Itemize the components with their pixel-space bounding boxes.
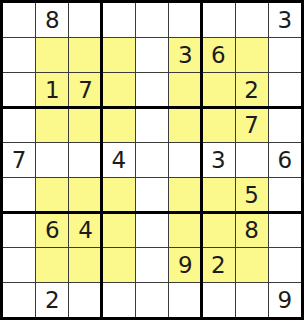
cell-r5c3[interactable] <box>69 143 101 177</box>
cell-r2c1[interactable] <box>3 38 35 72</box>
cell-r1c9[interactable]: 3 <box>269 3 301 37</box>
cell-r8c8[interactable] <box>236 248 268 282</box>
cell-r8c1[interactable] <box>3 248 35 282</box>
cell-r3c9[interactable] <box>269 73 301 107</box>
cell-r9c1[interactable] <box>3 283 35 317</box>
cell-r9c8[interactable] <box>236 283 268 317</box>
cell-r4c9[interactable] <box>269 108 301 142</box>
cell-r7c6[interactable] <box>169 213 201 247</box>
cell-r5c6[interactable] <box>169 143 201 177</box>
cell-r4c7[interactable] <box>202 108 234 142</box>
cell-r1c4[interactable] <box>103 3 135 37</box>
cell-r3c1[interactable] <box>3 73 35 107</box>
cell-r8c2[interactable] <box>36 248 68 282</box>
cell-r6c8[interactable]: 5 <box>236 178 268 212</box>
cell-r3c8[interactable]: 2 <box>236 73 268 107</box>
cell-r4c2[interactable] <box>36 108 68 142</box>
cell-r9c3[interactable] <box>69 283 101 317</box>
cell-r7c3[interactable]: 4 <box>69 213 101 247</box>
cell-r6c4[interactable] <box>103 178 135 212</box>
cell-r3c5[interactable] <box>136 73 168 107</box>
cell-r2c5[interactable] <box>136 38 168 72</box>
cell-r4c6[interactable] <box>169 108 201 142</box>
cell-r5c1[interactable]: 7 <box>3 143 35 177</box>
cell-r5c9[interactable]: 6 <box>269 143 301 177</box>
cell-r7c7[interactable] <box>202 213 234 247</box>
cell-r6c3[interactable] <box>69 178 101 212</box>
cell-r5c5[interactable] <box>136 143 168 177</box>
cell-r7c2[interactable]: 6 <box>36 213 68 247</box>
cell-r5c7[interactable]: 3 <box>202 143 234 177</box>
cell-r1c1[interactable] <box>3 3 35 37</box>
cell-r9c6[interactable] <box>169 283 201 317</box>
cell-r5c8[interactable] <box>236 143 268 177</box>
cell-r6c7[interactable] <box>202 178 234 212</box>
cell-r8c3[interactable] <box>69 248 101 282</box>
cell-r6c5[interactable] <box>136 178 168 212</box>
cell-r2c6[interactable]: 3 <box>169 38 201 72</box>
cell-r8c6[interactable]: 9 <box>169 248 201 282</box>
cell-r8c7[interactable]: 2 <box>202 248 234 282</box>
cell-r2c3[interactable] <box>69 38 101 72</box>
cell-r5c4[interactable]: 4 <box>103 143 135 177</box>
cell-r1c2[interactable]: 8 <box>36 3 68 37</box>
cell-r9c9[interactable]: 9 <box>269 283 301 317</box>
cell-r9c7[interactable] <box>202 283 234 317</box>
cell-r8c9[interactable] <box>269 248 301 282</box>
cell-r9c2[interactable]: 2 <box>36 283 68 317</box>
cell-r9c4[interactable] <box>103 283 135 317</box>
cell-r3c2[interactable]: 1 <box>36 73 68 107</box>
cell-r4c8[interactable]: 7 <box>236 108 268 142</box>
cell-r5c2[interactable] <box>36 143 68 177</box>
cell-r4c4[interactable] <box>103 108 135 142</box>
cell-r1c8[interactable] <box>236 3 268 37</box>
cell-r3c3[interactable]: 7 <box>69 73 101 107</box>
cell-r6c1[interactable] <box>3 178 35 212</box>
cell-r6c6[interactable] <box>169 178 201 212</box>
cell-r2c2[interactable] <box>36 38 68 72</box>
cell-r4c1[interactable] <box>3 108 35 142</box>
cell-r6c2[interactable] <box>36 178 68 212</box>
cell-r3c7[interactable] <box>202 73 234 107</box>
cell-r1c7[interactable] <box>202 3 234 37</box>
sudoku-board: 83361727743656489229 <box>0 0 304 320</box>
cell-r2c8[interactable] <box>236 38 268 72</box>
cell-r8c5[interactable] <box>136 248 168 282</box>
cell-r1c6[interactable] <box>169 3 201 37</box>
cell-r7c8[interactable]: 8 <box>236 213 268 247</box>
cell-r7c1[interactable] <box>3 213 35 247</box>
cell-r1c5[interactable] <box>136 3 168 37</box>
cell-r4c5[interactable] <box>136 108 168 142</box>
cell-r2c7[interactable]: 6 <box>202 38 234 72</box>
cell-r1c3[interactable] <box>69 3 101 37</box>
cell-r7c4[interactable] <box>103 213 135 247</box>
cell-r3c4[interactable] <box>103 73 135 107</box>
cell-r3c6[interactable] <box>169 73 201 107</box>
cell-r7c5[interactable] <box>136 213 168 247</box>
cell-r7c9[interactable] <box>269 213 301 247</box>
cell-r4c3[interactable] <box>69 108 101 142</box>
cell-r9c5[interactable] <box>136 283 168 317</box>
cell-r8c4[interactable] <box>103 248 135 282</box>
cell-r2c4[interactable] <box>103 38 135 72</box>
cell-r6c9[interactable] <box>269 178 301 212</box>
cell-r2c9[interactable] <box>269 38 301 72</box>
